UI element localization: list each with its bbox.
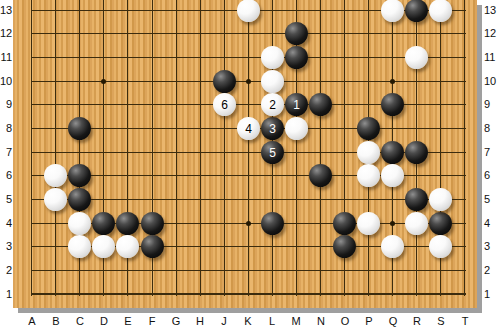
grid-line-v-G <box>176 0 177 296</box>
grid-line-v-H <box>200 0 201 296</box>
row-label-right-3: 3 <box>484 241 490 252</box>
stone-black-Q9[interactable] <box>381 93 404 116</box>
stone-black-R7[interactable] <box>405 141 428 164</box>
row-label-right-8: 8 <box>484 123 490 134</box>
row-label-left-8: 8 <box>0 123 12 134</box>
stone-black-F4[interactable] <box>141 212 164 235</box>
stone-black-N9[interactable] <box>309 93 332 116</box>
row-label-left-9: 9 <box>0 99 12 110</box>
grid-line-v-N <box>320 0 321 296</box>
stone-white-D3[interactable] <box>92 235 115 258</box>
row-label-right-9: 9 <box>484 99 490 110</box>
col-label-E: E <box>124 316 131 327</box>
col-label-G: G <box>172 316 181 327</box>
stone-white-S3[interactable] <box>429 235 452 258</box>
grid-line-h-1 <box>31 293 466 295</box>
row-label-right-10: 10 <box>484 76 496 87</box>
col-label-T: T <box>462 316 469 327</box>
col-label-Q: Q <box>389 316 398 327</box>
stone-white-C4[interactable] <box>68 212 91 235</box>
row-label-left-4: 4 <box>0 218 12 229</box>
stone-white-S13[interactable] <box>429 0 452 22</box>
col-label-H: H <box>196 316 204 327</box>
col-label-N: N <box>317 316 325 327</box>
stone-black-L8[interactable]: 3 <box>261 117 284 140</box>
stone-white-C3[interactable] <box>68 235 91 258</box>
row-label-left-3: 3 <box>0 241 12 252</box>
row-label-left-1: 1 <box>0 289 12 300</box>
stone-white-B5[interactable] <box>44 188 67 211</box>
stone-white-K8[interactable]: 4 <box>237 117 260 140</box>
move-number-4: 4 <box>245 123 252 135</box>
stone-black-D4[interactable] <box>92 212 115 235</box>
move-number-2: 2 <box>269 99 276 111</box>
grid-line-v-J <box>224 0 225 296</box>
stone-white-L9[interactable]: 2 <box>261 93 284 116</box>
row-label-right-7: 7 <box>484 147 490 158</box>
stone-white-R11[interactable] <box>405 46 428 69</box>
row-label-left-2: 2 <box>0 265 12 276</box>
stone-white-J9[interactable]: 6 <box>213 93 236 116</box>
grid-line-h-2 <box>31 270 466 271</box>
stone-black-P8[interactable] <box>357 117 380 140</box>
row-label-left-6: 6 <box>0 170 12 181</box>
row-label-left-10: 10 <box>0 76 12 87</box>
row-label-right-13: 13 <box>484 5 496 16</box>
stone-white-L11[interactable] <box>261 46 284 69</box>
col-label-K: K <box>244 316 251 327</box>
move-number-1: 1 <box>293 99 300 111</box>
row-label-left-7: 7 <box>0 147 12 158</box>
stone-white-E3[interactable] <box>116 235 139 258</box>
grid-line-h-11 <box>31 57 466 58</box>
grid-line-v-K <box>248 0 249 296</box>
stone-black-M11[interactable] <box>285 46 308 69</box>
stone-black-M9[interactable]: 1 <box>285 93 308 116</box>
col-label-F: F <box>149 316 156 327</box>
stone-black-L4[interactable] <box>261 212 284 235</box>
stone-white-Q13[interactable] <box>381 0 404 22</box>
star-point-K10 <box>246 79 251 84</box>
grid-line-h-5 <box>31 199 466 200</box>
col-label-D: D <box>100 316 108 327</box>
stone-white-B6[interactable] <box>44 164 67 187</box>
col-label-R: R <box>413 316 421 327</box>
row-label-right-2: 2 <box>484 265 490 276</box>
grid-line-h-12 <box>31 33 466 34</box>
row-label-left-12: 12 <box>0 28 12 39</box>
row-label-right-6: 6 <box>484 170 490 181</box>
row-label-left-5: 5 <box>0 194 12 205</box>
grid-line-v-A <box>31 0 32 296</box>
star-point-Q4 <box>390 221 395 226</box>
stone-black-M12[interactable] <box>285 22 308 45</box>
stone-black-S4[interactable] <box>429 212 452 235</box>
stone-black-Q7[interactable] <box>381 141 404 164</box>
col-label-S: S <box>437 316 444 327</box>
stone-black-R13[interactable] <box>405 0 428 22</box>
stone-white-R4[interactable] <box>405 212 428 235</box>
star-point-K4 <box>246 221 251 226</box>
stone-black-C5[interactable] <box>68 188 91 211</box>
star-point-D10 <box>101 79 106 84</box>
stone-black-R5[interactable] <box>405 188 428 211</box>
grid-line-v-T <box>464 0 465 296</box>
col-label-P: P <box>365 316 372 327</box>
col-label-A: A <box>28 316 35 327</box>
move-number-3: 3 <box>269 123 276 135</box>
stone-white-P4[interactable] <box>357 212 380 235</box>
stone-white-P6[interactable] <box>357 164 380 187</box>
row-label-right-4: 4 <box>484 218 490 229</box>
stone-black-L7[interactable]: 5 <box>261 141 284 164</box>
stone-white-Q3[interactable] <box>381 235 404 258</box>
stone-black-E4[interactable] <box>116 212 139 235</box>
stone-black-J10[interactable] <box>213 70 236 93</box>
star-point-Q10 <box>390 79 395 84</box>
row-label-right-11: 11 <box>484 52 495 63</box>
stone-white-S5[interactable] <box>429 188 452 211</box>
stone-black-C6[interactable] <box>68 164 91 187</box>
col-label-B: B <box>52 316 59 327</box>
stone-black-F3[interactable] <box>141 235 164 258</box>
stone-white-L10[interactable] <box>261 70 284 93</box>
stone-white-Q6[interactable] <box>381 164 404 187</box>
row-label-right-12: 12 <box>484 28 496 39</box>
col-label-O: O <box>341 316 350 327</box>
row-label-left-11: 11 <box>0 52 12 63</box>
col-label-J: J <box>221 316 227 327</box>
grid-line-v-B <box>55 0 56 296</box>
move-number-5: 5 <box>269 147 276 159</box>
col-label-L: L <box>269 316 275 327</box>
row-label-right-1: 1 <box>484 289 490 300</box>
stone-black-O3[interactable] <box>333 235 356 258</box>
stone-white-M8[interactable] <box>285 117 308 140</box>
row-label-left-13: 13 <box>0 5 12 16</box>
stone-black-N6[interactable] <box>309 164 332 187</box>
col-label-M: M <box>291 316 300 327</box>
stone-white-P7[interactable] <box>357 141 380 164</box>
stone-white-K13[interactable] <box>237 0 260 22</box>
stone-black-O4[interactable] <box>333 212 356 235</box>
go-board-screenshot: 1356241313121211111010998877665544332211… <box>0 0 500 332</box>
col-label-C: C <box>76 316 84 327</box>
move-number-6: 6 <box>221 99 228 111</box>
row-label-right-5: 5 <box>484 194 490 205</box>
stone-black-C8[interactable] <box>68 117 91 140</box>
